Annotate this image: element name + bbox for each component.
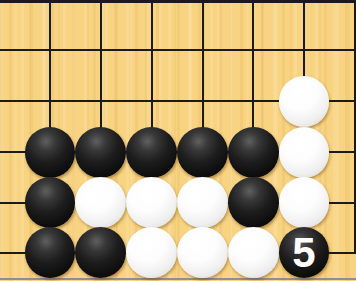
point-1-0[interactable]	[25, 26, 76, 76]
point-5-2[interactable]	[126, 228, 177, 278]
point-2-1[interactable]	[75, 77, 126, 127]
point-3-1[interactable]	[75, 127, 126, 177]
point-0-5[interactable]	[279, 0, 330, 26]
white-stone	[177, 177, 228, 228]
black-stone	[228, 177, 279, 228]
black-stone	[75, 227, 126, 278]
point-1-5[interactable]	[279, 26, 330, 76]
black-stone	[25, 227, 76, 278]
point-2-2[interactable]	[126, 77, 177, 127]
point-0-4[interactable]	[228, 0, 279, 26]
point-0-1[interactable]	[75, 0, 126, 26]
stone-grid: 5	[25, 0, 330, 278]
point-5-3[interactable]	[177, 228, 228, 278]
point-4-4[interactable]	[228, 177, 279, 227]
black-stone	[25, 127, 76, 178]
white-stone	[279, 127, 330, 178]
point-4-0[interactable]	[25, 177, 76, 227]
point-4-3[interactable]	[177, 177, 228, 227]
point-3-3[interactable]	[177, 127, 228, 177]
point-0-2[interactable]	[126, 0, 177, 26]
white-stone	[75, 177, 126, 228]
point-0-0[interactable]	[25, 0, 76, 26]
point-5-5[interactable]: 5	[279, 228, 330, 278]
point-4-1[interactable]	[75, 177, 126, 227]
point-5-1[interactable]	[75, 228, 126, 278]
point-2-3[interactable]	[177, 77, 228, 127]
point-2-4[interactable]	[228, 77, 279, 127]
point-5-0[interactable]	[25, 228, 76, 278]
point-0-3[interactable]	[177, 0, 228, 26]
point-1-3[interactable]	[177, 26, 228, 76]
point-1-1[interactable]	[75, 26, 126, 76]
white-stone	[126, 227, 177, 278]
black-stone: 5	[279, 227, 330, 278]
white-stone	[177, 227, 228, 278]
point-3-4[interactable]	[228, 127, 279, 177]
white-stone	[228, 227, 279, 278]
point-5-4[interactable]	[228, 228, 279, 278]
point-2-0[interactable]	[25, 77, 76, 127]
black-stone	[126, 127, 177, 178]
move-number-label: 5	[292, 227, 315, 278]
point-4-2[interactable]	[126, 177, 177, 227]
white-stone	[126, 177, 177, 228]
go-board: 5	[0, 0, 356, 281]
black-stone	[177, 127, 228, 178]
point-3-2[interactable]	[126, 127, 177, 177]
white-stone	[279, 177, 330, 228]
black-stone	[75, 127, 126, 178]
point-1-4[interactable]	[228, 26, 279, 76]
black-stone	[25, 177, 76, 228]
point-2-5[interactable]	[279, 77, 330, 127]
white-stone	[279, 76, 330, 127]
point-3-5[interactable]	[279, 127, 330, 177]
point-4-5[interactable]	[279, 177, 330, 227]
point-1-2[interactable]	[126, 26, 177, 76]
point-3-0[interactable]	[25, 127, 76, 177]
black-stone	[228, 127, 279, 178]
